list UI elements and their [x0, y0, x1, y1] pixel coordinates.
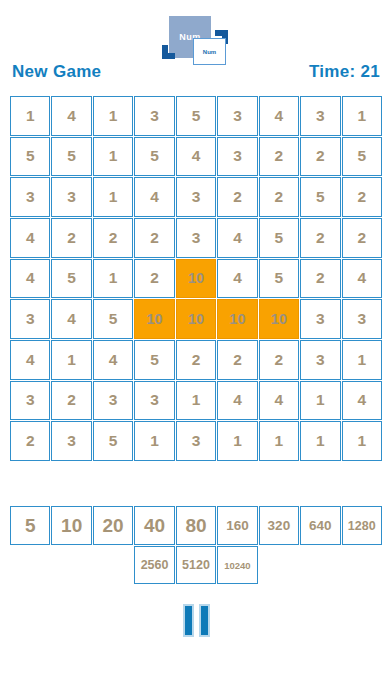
board-cell[interactable]: 2 — [93, 218, 133, 258]
board-cell[interactable]: 5 — [10, 137, 50, 177]
board-cell[interactable]: 1 — [342, 340, 382, 380]
board-cell[interactable]: 1 — [93, 96, 133, 136]
board-cell[interactable]: 2 — [300, 137, 340, 177]
tray-target-cell: 10240 — [217, 546, 257, 584]
board-cell-fused[interactable]: 10 — [176, 299, 216, 339]
board-cell[interactable]: 2 — [217, 177, 257, 217]
progression-tray: 51020408016032064012802560512010240 — [10, 506, 382, 584]
timer-display: Time: 21 — [309, 62, 380, 82]
board-cell[interactable]: 3 — [51, 177, 91, 217]
board-cell[interactable]: 4 — [51, 96, 91, 136]
board-cell[interactable]: 3 — [217, 96, 257, 136]
tray-target-cell: 160 — [217, 506, 257, 545]
board-cell[interactable]: 3 — [51, 421, 91, 461]
game-board: 1413534315515432253314322524222345224512… — [10, 96, 382, 461]
board-cell[interactable]: 4 — [10, 218, 50, 258]
logo-small-label: Num — [203, 49, 216, 55]
tray-target-cell: 5 — [10, 506, 50, 545]
board-cell[interactable]: 1 — [342, 96, 382, 136]
board-cell[interactable]: 3 — [10, 381, 50, 421]
board-cell[interactable]: 5 — [300, 177, 340, 217]
board-cell[interactable]: 5 — [93, 299, 133, 339]
board-cell[interactable]: 1 — [342, 421, 382, 461]
board-cell[interactable]: 2 — [217, 340, 257, 380]
pause-icon — [199, 604, 210, 637]
board-cell[interactable]: 2 — [342, 177, 382, 217]
board-cell[interactable]: 4 — [342, 381, 382, 421]
board-cell[interactable]: 4 — [176, 137, 216, 177]
board-cell[interactable]: 5 — [259, 259, 299, 299]
board-cell[interactable]: 4 — [10, 340, 50, 380]
board-cell[interactable]: 3 — [134, 381, 174, 421]
board-cell[interactable]: 1 — [93, 259, 133, 299]
tray-target-cell: 80 — [176, 506, 216, 545]
tray-target-cell: 1280 — [342, 506, 382, 545]
board-cell[interactable]: 3 — [10, 299, 50, 339]
board-cell[interactable]: 2 — [259, 177, 299, 217]
board-cell[interactable]: 3 — [176, 177, 216, 217]
board-cell[interactable]: 5 — [176, 96, 216, 136]
board-cell[interactable]: 2 — [300, 218, 340, 258]
app-logo: Num Num — [157, 14, 235, 66]
board-cell[interactable]: 5 — [134, 340, 174, 380]
board-cell[interactable]: 2 — [134, 218, 174, 258]
board-cell-fused[interactable]: 10 — [134, 299, 174, 339]
board-cell[interactable]: 3 — [300, 96, 340, 136]
board-cell[interactable]: 4 — [93, 340, 133, 380]
board-cell[interactable]: 5 — [342, 137, 382, 177]
logo-small-square: Num — [193, 38, 226, 65]
board-cell[interactable]: 3 — [300, 299, 340, 339]
board-cell[interactable]: 4 — [10, 259, 50, 299]
tray-target-cell: 5120 — [176, 546, 216, 584]
board-cell[interactable]: 2 — [259, 137, 299, 177]
logo-corner-bracket-bottom-left-icon — [162, 45, 175, 59]
board-cell[interactable]: 4 — [217, 218, 257, 258]
board-cell[interactable]: 2 — [259, 340, 299, 380]
board-cell[interactable]: 1 — [51, 340, 91, 380]
tray-target-cell: 10 — [51, 506, 91, 545]
board-cell[interactable]: 1 — [93, 177, 133, 217]
board-cell[interactable]: 4 — [217, 381, 257, 421]
tray-target-cell: 320 — [259, 506, 299, 545]
board-cell[interactable]: 1 — [10, 96, 50, 136]
board-cell[interactable]: 2 — [10, 421, 50, 461]
board-cell[interactable]: 3 — [10, 177, 50, 217]
board-cell[interactable]: 2 — [51, 381, 91, 421]
board-cell-fused[interactable]: 10 — [259, 299, 299, 339]
board-cell[interactable]: 2 — [300, 259, 340, 299]
board-cell[interactable]: 1 — [134, 421, 174, 461]
board-cell[interactable]: 5 — [51, 259, 91, 299]
board-cell[interactable]: 3 — [217, 137, 257, 177]
new-game-button[interactable]: New Game — [12, 62, 101, 82]
board-cell[interactable]: 4 — [51, 299, 91, 339]
tray-target-cell: 20 — [93, 506, 133, 545]
board-cell[interactable]: 4 — [217, 259, 257, 299]
board-cell[interactable]: 1 — [300, 421, 340, 461]
board-cell[interactable]: 3 — [342, 299, 382, 339]
board-cell[interactable]: 2 — [342, 218, 382, 258]
board-cell[interactable]: 1 — [93, 137, 133, 177]
board-cell[interactable]: 4 — [134, 177, 174, 217]
board-cell[interactable]: 3 — [176, 421, 216, 461]
board-cell[interactable]: 5 — [93, 421, 133, 461]
board-cell[interactable]: 5 — [51, 137, 91, 177]
tray-target-cell: 2560 — [134, 546, 174, 584]
board-cell[interactable]: 3 — [176, 218, 216, 258]
board-cell-fused[interactable]: 10 — [176, 259, 216, 299]
pause-icon — [183, 604, 194, 637]
tray-target-cell: 40 — [134, 506, 174, 545]
board-cell[interactable]: 2 — [134, 259, 174, 299]
board-cell[interactable]: 3 — [93, 381, 133, 421]
tray-target-cell: 640 — [300, 506, 340, 545]
board-cell[interactable]: 2 — [51, 218, 91, 258]
board-cell-fused[interactable]: 10 — [217, 299, 257, 339]
board-cell[interactable]: 2 — [176, 340, 216, 380]
header-bar: New Game Time: 21 — [12, 62, 380, 82]
board-cell[interactable]: 4 — [259, 96, 299, 136]
board-cell[interactable]: 1 — [300, 381, 340, 421]
board-cell[interactable]: 5 — [134, 137, 174, 177]
board-cell[interactable]: 4 — [342, 259, 382, 299]
board-cell[interactable]: 1 — [259, 421, 299, 461]
board-cell[interactable]: 5 — [259, 218, 299, 258]
pause-button[interactable] — [172, 599, 220, 641]
board-cell[interactable]: 4 — [259, 381, 299, 421]
board-cell[interactable]: 3 — [300, 340, 340, 380]
board-cell[interactable]: 1 — [176, 381, 216, 421]
board-cell[interactable]: 1 — [217, 421, 257, 461]
board-cell[interactable]: 3 — [134, 96, 174, 136]
